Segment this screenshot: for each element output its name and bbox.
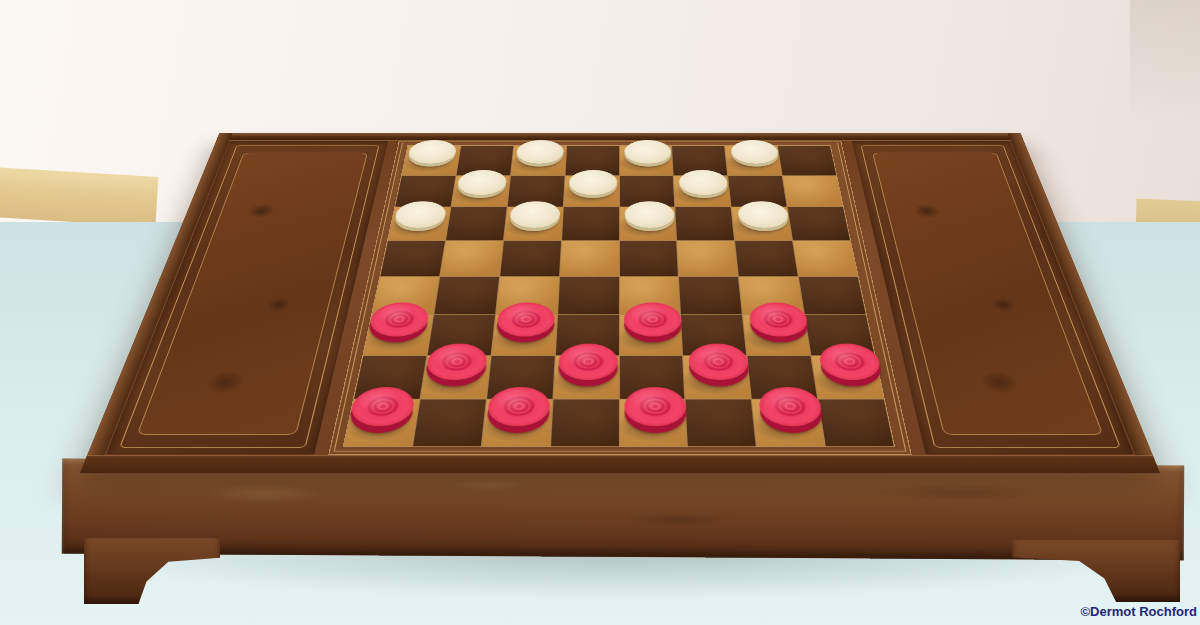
square-r4c8[interactable] [793, 241, 857, 276]
skirting-board-left [0, 167, 158, 227]
square-r5c4[interactable] [558, 277, 619, 315]
board-tray [106, 141, 1134, 455]
square-r8c1[interactable] [344, 400, 419, 447]
square-r4c2[interactable] [440, 241, 503, 276]
square-r6c7[interactable] [743, 315, 810, 355]
red-checker-piece[interactable] [624, 303, 682, 337]
square-r3c6[interactable] [676, 207, 735, 240]
games-board-top [80, 133, 1160, 473]
square-r3c5[interactable] [620, 207, 677, 240]
square-r8c2[interactable] [413, 400, 486, 447]
checkerboard [343, 145, 895, 446]
square-r4c6[interactable] [677, 241, 738, 276]
square-r3c1[interactable] [388, 207, 450, 240]
square-r6c1[interactable] [363, 315, 432, 355]
square-r5c6[interactable] [679, 277, 742, 315]
square-r3c2[interactable] [446, 207, 506, 240]
square-r3c3[interactable] [504, 207, 563, 240]
white-checker-piece[interactable] [624, 140, 671, 164]
checkerboard-frame [328, 141, 911, 455]
square-r7c4[interactable] [553, 356, 618, 399]
square-r7c8[interactable] [812, 356, 884, 399]
white-checker-piece[interactable] [568, 170, 617, 195]
square-r2c2[interactable] [451, 176, 509, 207]
square-r2c8[interactable] [783, 176, 843, 207]
square-r2c4[interactable] [563, 176, 618, 207]
square-r4c1[interactable] [380, 241, 444, 276]
square-r3c4[interactable] [562, 207, 619, 240]
white-checker-piece[interactable] [624, 201, 674, 228]
square-r8c5[interactable] [619, 400, 687, 447]
square-r4c3[interactable] [500, 241, 561, 276]
white-checker-piece[interactable] [679, 170, 729, 195]
square-r3c7[interactable] [732, 207, 792, 240]
square-r1c1[interactable] [402, 146, 460, 175]
square-r8c8[interactable] [819, 400, 894, 447]
square-r8c6[interactable] [686, 400, 756, 447]
square-r3c8[interactable] [788, 207, 850, 240]
watermark-text: ©Dermot Rochford [977, 604, 1197, 619]
square-r8c7[interactable] [752, 400, 825, 447]
square-r4c7[interactable] [735, 241, 798, 276]
square-r4c4[interactable] [560, 241, 619, 276]
red-checker-piece[interactable] [624, 387, 686, 426]
square-r8c4[interactable] [551, 400, 619, 447]
board-rim-front [80, 455, 1160, 473]
square-r4c5[interactable] [620, 241, 679, 276]
square-r1c3[interactable] [511, 146, 566, 175]
square-r1c7[interactable] [725, 146, 782, 175]
square-r5c2[interactable] [434, 277, 499, 315]
board-rim-back [216, 133, 1023, 140]
square-r6c5[interactable] [619, 315, 682, 355]
square-r6c3[interactable] [491, 315, 556, 355]
square-r7c2[interactable] [420, 356, 490, 399]
square-r8c3[interactable] [482, 400, 552, 447]
square-r1c8[interactable] [778, 146, 836, 175]
square-r7c6[interactable] [683, 356, 751, 399]
red-checker-piece[interactable] [557, 343, 617, 379]
wall-shadow [1130, 0, 1200, 120]
square-r5c8[interactable] [799, 277, 866, 315]
square-r2c6[interactable] [674, 176, 731, 207]
square-r1c5[interactable] [620, 146, 673, 175]
photo-scene: ©Dermot Rochford [0, 0, 1200, 625]
